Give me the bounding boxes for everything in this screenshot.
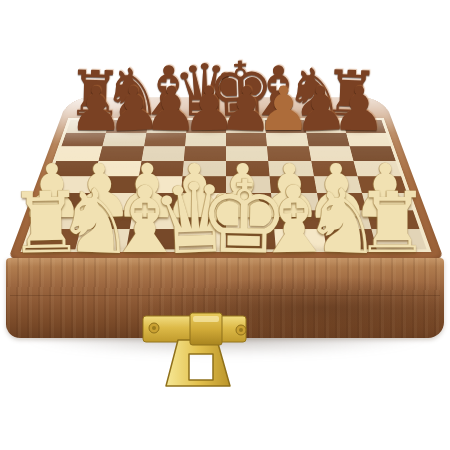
square-h3 — [362, 193, 413, 211]
square-f3 — [271, 193, 319, 211]
square-b1 — [76, 229, 130, 249]
square-f7 — [266, 133, 308, 147]
square-b2 — [81, 210, 133, 229]
square-c2 — [129, 210, 179, 229]
square-f1 — [274, 229, 326, 249]
square-f5 — [268, 161, 313, 176]
square-g7 — [306, 133, 350, 147]
square-b7 — [103, 133, 147, 147]
square-d5 — [182, 161, 226, 176]
square-d2 — [178, 210, 226, 229]
square-e3 — [226, 193, 273, 211]
square-a3 — [39, 193, 90, 211]
square-d3 — [179, 193, 226, 211]
board-border-inlay — [21, 118, 432, 252]
square-f6 — [267, 146, 311, 161]
square-b6 — [99, 146, 144, 161]
box-fold-seam — [10, 295, 440, 296]
box-top-surface — [7, 97, 445, 262]
square-g6 — [308, 146, 353, 161]
square-g4 — [314, 176, 362, 192]
square-e5 — [226, 161, 270, 176]
square-d6 — [184, 146, 226, 161]
square-a6 — [56, 146, 102, 161]
square-e4 — [226, 176, 271, 192]
square-d4 — [181, 176, 226, 192]
square-b8 — [106, 120, 148, 133]
square-c7 — [144, 133, 186, 147]
square-c6 — [141, 146, 185, 161]
latch-hasp — [166, 340, 230, 386]
square-h5 — [353, 161, 401, 176]
square-h2 — [366, 210, 419, 229]
square-e6 — [226, 146, 268, 161]
square-g3 — [316, 193, 366, 211]
square-b5 — [95, 161, 141, 176]
square-c3 — [133, 193, 181, 211]
square-a2 — [32, 210, 85, 229]
square-d1 — [176, 229, 226, 249]
square-g8 — [304, 120, 346, 133]
square-d7 — [185, 133, 226, 147]
square-c4 — [136, 176, 183, 192]
square-e2 — [226, 210, 274, 229]
square-e7 — [226, 133, 267, 147]
square-d8 — [186, 120, 226, 133]
square-a1 — [25, 229, 80, 249]
square-h4 — [357, 176, 407, 192]
square-b3 — [86, 193, 136, 211]
square-a8 — [66, 120, 109, 133]
brass-latch-icon — [133, 310, 255, 400]
chessboard — [25, 120, 426, 250]
square-a5 — [51, 161, 99, 176]
square-b4 — [90, 176, 138, 192]
square-a7 — [61, 133, 106, 147]
travel-chess-set-photo: ♜♞♝♛♚♝♞♜♟♟♟♟♟♟♟♟♟♟♟♟♟♟♟♟♜♞♝♛♚♝♞♜ — [0, 0, 450, 450]
square-h7 — [346, 133, 391, 147]
square-f2 — [273, 210, 323, 229]
square-g2 — [319, 210, 371, 229]
square-e8 — [226, 120, 266, 133]
square-f4 — [270, 176, 317, 192]
square-g1 — [323, 229, 377, 249]
square-c8 — [146, 120, 187, 133]
square-c5 — [138, 161, 183, 176]
square-h6 — [349, 146, 395, 161]
square-g5 — [311, 161, 357, 176]
square-h1 — [371, 229, 426, 249]
square-f8 — [265, 120, 306, 133]
square-c1 — [126, 229, 178, 249]
square-a4 — [45, 176, 95, 192]
square-h8 — [343, 120, 386, 133]
square-e1 — [226, 229, 276, 249]
